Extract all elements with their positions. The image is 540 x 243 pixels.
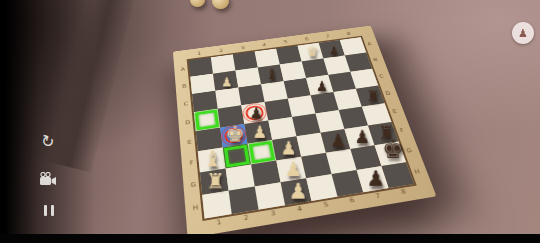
left-file-label-B: B — [179, 83, 189, 90]
square-c5[interactable] — [284, 78, 311, 99]
white-pawn[interactable]: ♟ — [215, 76, 238, 89]
square-b8[interactable] — [345, 53, 372, 72]
square-g1[interactable]: ♜ — [200, 169, 229, 195]
bottom-rank-label-6: 6 — [346, 195, 359, 205]
top-rank-label-6: 6 — [302, 36, 312, 42]
left-file-label-A: A — [178, 66, 188, 73]
square-a2[interactable] — [211, 54, 236, 73]
square-c7[interactable] — [328, 72, 356, 92]
pawn-badge-icon: ♟ — [518, 27, 528, 40]
square-c6[interactable]: ♟ — [306, 75, 333, 95]
letterbox-bottom — [0, 234, 540, 243]
square-e5[interactable] — [292, 114, 321, 137]
pause-icon — [44, 205, 47, 216]
square-b2[interactable]: ♟ — [213, 71, 238, 91]
bottom-rank-label-1: 1 — [213, 217, 225, 227]
white-pawn[interactable]: ♟ — [247, 124, 272, 141]
left-file-label-C: C — [181, 100, 191, 107]
square-g8[interactable]: ♚ — [375, 142, 406, 167]
square-h1[interactable] — [202, 191, 232, 219]
square-d5[interactable] — [288, 95, 316, 117]
black-king[interactable]: ♚ — [381, 138, 406, 163]
square-d6[interactable] — [311, 92, 339, 113]
square-a5[interactable] — [276, 46, 302, 65]
left-file-label-E: E — [184, 138, 195, 146]
square-a1[interactable] — [189, 57, 213, 76]
chess-board-frame: ♛♟♟♝♟♟♜♚♟♝♟♟♟♜♜♟♚♟♟AABBCCDDEEFFGGHH11223… — [173, 26, 437, 239]
square-c1[interactable] — [192, 91, 218, 112]
square-c2[interactable] — [215, 88, 241, 109]
black-pawn[interactable]: ♟ — [310, 79, 333, 93]
bottom-rank-label-5: 5 — [320, 200, 333, 210]
square-d7[interactable] — [333, 89, 361, 110]
right-file-label-B: B — [370, 56, 381, 63]
bottom-rank-label-7: 7 — [371, 191, 384, 200]
top-rank-label-8: 8 — [343, 31, 353, 37]
black-bishop[interactable]: ♝ — [261, 67, 284, 82]
top-rank-label-3: 3 — [238, 45, 248, 51]
top-rank-label-7: 7 — [323, 33, 333, 39]
square-a7[interactable]: ♟ — [319, 40, 345, 58]
top-rank-label-5: 5 — [281, 39, 291, 45]
square-c8[interactable] — [350, 69, 378, 89]
right-file-label-C: C — [376, 73, 387, 80]
top-rank-label-1: 1 — [194, 50, 204, 56]
check-ring — [224, 127, 244, 144]
right-file-label-E: E — [389, 108, 401, 116]
square-a4[interactable] — [255, 49, 280, 68]
pause-icon — [51, 205, 54, 216]
square-d2[interactable] — [218, 105, 245, 127]
bottom-rank-label-3: 3 — [267, 208, 280, 218]
right-file-label-D: D — [382, 90, 394, 97]
white-rook[interactable]: ♜ — [202, 171, 228, 192]
square-b6[interactable] — [302, 58, 329, 77]
square-e2[interactable]: ♚ — [220, 124, 247, 147]
chess-board[interactable]: ♛♟♟♝♟♟♜♚♟♝♟♟♟♜♜♟♚♟♟AABBCCDDEEFFGGHH11223… — [189, 37, 414, 218]
black-rook[interactable]: ♜ — [374, 124, 399, 143]
right-file-label-F: F — [396, 127, 408, 135]
square-e8[interactable] — [362, 103, 392, 125]
bottom-rank-label-4: 4 — [293, 204, 306, 214]
white-bishop[interactable]: ♝ — [200, 148, 226, 170]
pause-button[interactable] — [44, 205, 54, 216]
top-rank-label-2: 2 — [216, 47, 226, 53]
square-b1[interactable] — [190, 74, 215, 94]
right-file-label-A: A — [364, 41, 375, 47]
left-file-label-G: G — [188, 180, 200, 189]
square-a3[interactable] — [233, 51, 258, 70]
square-a6[interactable]: ♛ — [298, 43, 324, 62]
square-d8[interactable]: ♜ — [356, 86, 385, 107]
board-anchor: ♛♟♟♝♟♟♜♚♟♝♟♟♟♜♜♟♚♟♟AABBCCDDEEFFGGHH11223… — [180, 5, 404, 229]
black-pawn[interactable]: ♟ — [323, 45, 345, 56]
square-h4[interactable]: ♟ — [281, 178, 312, 205]
square-b3[interactable] — [235, 67, 261, 87]
white-queen[interactable]: ♛ — [301, 45, 323, 59]
square-b7[interactable] — [323, 56, 350, 75]
black-pawn[interactable]: ♟ — [244, 106, 268, 121]
top-rank-label-4: 4 — [259, 42, 269, 48]
square-h2[interactable] — [229, 186, 259, 214]
capture-ring — [245, 105, 264, 121]
bottom-rank-label-8: 8 — [397, 187, 410, 196]
square-c3[interactable] — [238, 84, 264, 105]
square-b4[interactable]: ♝ — [258, 64, 284, 84]
camera-view-button[interactable] — [39, 171, 57, 190]
square-h5[interactable] — [306, 174, 337, 201]
square-g7[interactable] — [350, 145, 381, 170]
left-file-label-D: D — [182, 119, 193, 127]
black-rook[interactable]: ♜ — [361, 89, 385, 105]
player-badge-button[interactable]: ♟ — [512, 22, 534, 44]
video-camera-icon — [39, 172, 57, 186]
bottom-rank-label-2: 2 — [240, 213, 252, 223]
game-screen: { "game": "chess", "app_style": "3d-wood… — [0, 0, 540, 243]
square-c4[interactable] — [261, 81, 288, 102]
right-file-label-H: H — [411, 167, 424, 176]
square-f8[interactable]: ♜ — [368, 122, 399, 145]
square-e1[interactable] — [196, 128, 223, 152]
square-a8[interactable] — [340, 37, 366, 55]
square-b5[interactable] — [280, 61, 306, 81]
left-file-label-H: H — [190, 203, 202, 213]
left-file-label-F: F — [186, 159, 197, 168]
right-file-label-G: G — [403, 146, 416, 154]
